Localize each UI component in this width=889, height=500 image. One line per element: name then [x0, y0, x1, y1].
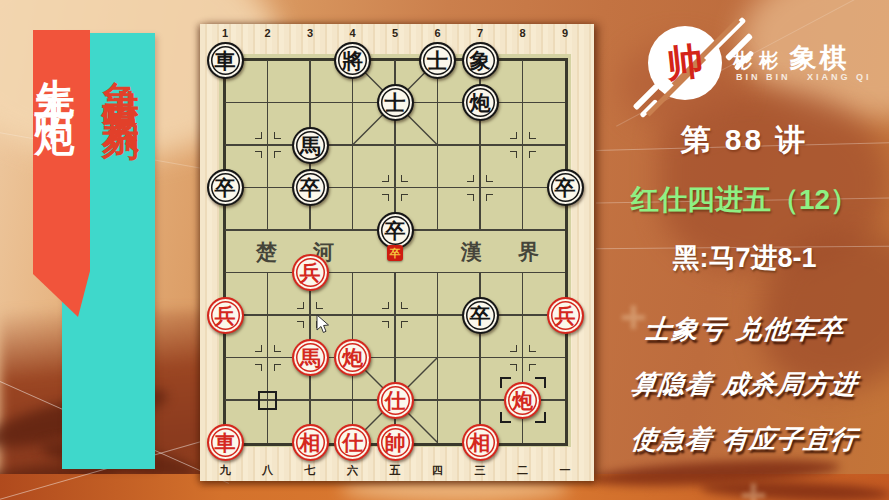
xiangqi-board[interactable]: 123456789 九八七六五四三二一 楚河 漢界 卒 車將士象士炮馬卒卒卒卒卒… [200, 24, 594, 481]
black-piece-馬[interactable]: 馬 [292, 127, 329, 164]
red-piece-仕[interactable]: 仕 [377, 382, 414, 419]
black-piece-車[interactable]: 車 [207, 42, 244, 79]
info-panel: 帅 彬彬 象棋 BIN BIN XIANG QI 第 88 讲 红仕四进五（12… [600, 0, 889, 500]
file-label-bottom: 三 [470, 463, 490, 478]
point-mark [255, 132, 281, 158]
brand-name-small: 彬彬 [733, 50, 785, 71]
red-piece-相[interactable]: 相 [462, 424, 499, 461]
opening-banner: 先手中炮 [33, 30, 90, 317]
file-label-top: 1 [215, 27, 235, 39]
red-piece-帥[interactable]: 帥 [377, 424, 414, 461]
black-piece-炮[interactable]: 炮 [462, 84, 499, 121]
file-label-top: 4 [343, 27, 363, 39]
file-label-top: 2 [258, 27, 278, 39]
file-label-top: 3 [300, 27, 320, 39]
red-piece-炮[interactable]: 炮 [334, 339, 371, 376]
point-mark [382, 175, 408, 201]
river-label-right: 漢界 [461, 238, 575, 266]
video-frame: + + 急进中兵系列 先手中炮 123456789 九八七六五四三二一 楚河 漢… [0, 0, 889, 500]
file-label-bottom: 二 [513, 463, 533, 478]
brand-en-right: XIANG QI [807, 72, 872, 82]
file-label-top: 5 [385, 27, 405, 39]
point-mark [255, 345, 281, 371]
black-piece-將[interactable]: 將 [334, 42, 371, 79]
last-move-from-square [258, 391, 277, 410]
brand-name-cn: 彬彬 象棋 [733, 40, 883, 76]
file-label-bottom: 五 [385, 463, 405, 478]
red-piece-車[interactable]: 車 [207, 424, 244, 461]
logo-seal-character: 帅 [660, 38, 711, 89]
proverb-line-2: 算隐着 成杀局方进 [598, 367, 889, 402]
black-piece-象[interactable]: 象 [462, 42, 499, 79]
moved-piece-badge: 卒 [387, 245, 403, 261]
black-piece-卒[interactable]: 卒 [377, 212, 414, 249]
file-label-top: 6 [428, 27, 448, 39]
black-piece-卒[interactable]: 卒 [462, 297, 499, 334]
file-label-bottom: 七 [300, 463, 320, 478]
red-piece-馬[interactable]: 馬 [292, 339, 329, 376]
proverb-line-1: 士象亏 兑他车卒 [598, 312, 889, 347]
point-mark [382, 302, 408, 328]
mouse-cursor [316, 314, 330, 338]
opening-banner-label: 先手中炮 [41, 46, 83, 98]
file-label-bottom: 八 [258, 463, 278, 478]
black-piece-士[interactable]: 士 [419, 42, 456, 79]
file-label-top: 7 [470, 27, 490, 39]
file-label-top: 8 [513, 27, 533, 39]
file-label-top: 9 [555, 27, 575, 39]
lesson-number: 第 88 讲 [600, 120, 889, 161]
point-mark [467, 175, 493, 201]
file-label-bottom: 六 [343, 463, 363, 478]
red-move-caption: 红仕四进五（12） [600, 181, 889, 219]
brand-name-large: 象棋 [789, 43, 849, 73]
brand-name-en: BIN BIN XIANG QI [736, 72, 886, 82]
black-piece-士[interactable]: 士 [377, 84, 414, 121]
black-piece-卒[interactable]: 卒 [292, 169, 329, 206]
file-label-bottom: 一 [555, 463, 575, 478]
red-piece-炮[interactable]: 炮 [504, 382, 541, 419]
file-label-bottom: 四 [428, 463, 448, 478]
red-piece-仕[interactable]: 仕 [334, 424, 371, 461]
red-piece-相[interactable]: 相 [292, 424, 329, 461]
proverb-line-3: 使急着 有应子宜行 [598, 422, 889, 457]
file-label-bottom: 九 [215, 463, 235, 478]
point-mark [510, 345, 536, 371]
point-mark [510, 132, 536, 158]
brand-en-left: BIN BIN [736, 72, 791, 82]
red-piece-兵[interactable]: 兵 [207, 297, 244, 334]
black-piece-卒[interactable]: 卒 [207, 169, 244, 206]
black-piece-卒[interactable]: 卒 [547, 169, 584, 206]
red-piece-兵[interactable]: 兵 [292, 254, 329, 291]
series-banner-label: 急进中兵系列 [103, 51, 145, 105]
black-move-caption: 黑:马7进8-1 [600, 240, 889, 276]
red-piece-兵[interactable]: 兵 [547, 297, 584, 334]
